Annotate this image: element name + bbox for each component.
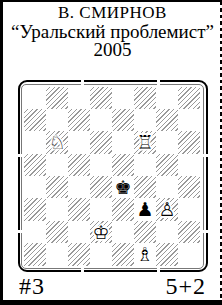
board-frame-inner: ♘♖♚♟♙♔♗ — [21, 84, 204, 269]
square-e1 — [112, 243, 134, 265]
square-g8 — [156, 87, 178, 109]
square-a1 — [24, 243, 46, 265]
square-e4: ♚ — [112, 176, 134, 198]
square-g4 — [156, 176, 178, 198]
square-b4 — [46, 176, 68, 198]
frame-gap-tick — [201, 230, 208, 233]
square-g5 — [156, 154, 178, 176]
square-a8 — [24, 87, 46, 109]
square-d1 — [90, 243, 112, 265]
square-h6 — [178, 131, 200, 153]
square-d6 — [90, 131, 112, 153]
square-a3 — [24, 198, 46, 220]
square-a6 — [24, 131, 46, 153]
square-c5 — [68, 154, 90, 176]
square-b3 — [46, 198, 68, 220]
frame-gap-tick — [18, 154, 25, 157]
page-border-right-dashed — [220, 2, 222, 305]
problem-header: В. СМИРНОВ “Уральский проблемист” 2005 — [3, 2, 222, 59]
frame-gap-tick — [157, 265, 160, 272]
black-pawn-piece: ♟ — [136, 200, 153, 219]
square-h4 — [178, 176, 200, 198]
square-a7 — [24, 109, 46, 131]
square-f4 — [134, 176, 156, 198]
square-c7 — [68, 109, 90, 131]
square-d7 — [90, 109, 112, 131]
square-c3 — [68, 198, 90, 220]
board-frame-outer: ♘♖♚♟♙♔♗ — [18, 80, 208, 272]
square-c8 — [68, 87, 90, 109]
white-king-piece: ♔ — [92, 223, 109, 242]
board-grid: ♘♖♚♟♙♔♗ — [24, 87, 201, 266]
square-f8 — [134, 87, 156, 109]
square-c2 — [68, 221, 90, 243]
square-b5 — [46, 154, 68, 176]
square-e8 — [112, 87, 134, 109]
square-c1 — [68, 243, 90, 265]
square-e7 — [112, 109, 134, 131]
square-e5 — [112, 154, 134, 176]
problem-footer: #3 5+2 — [3, 274, 222, 298]
frame-gap-tick — [81, 265, 84, 272]
square-h7 — [178, 109, 200, 131]
chess-board: ♘♖♚♟♙♔♗ — [18, 80, 208, 272]
material-count-label: 5+2 — [165, 274, 206, 298]
square-c6 — [68, 131, 90, 153]
square-b8 — [46, 87, 68, 109]
square-b6: ♘ — [46, 131, 68, 153]
white-bishop-piece: ♗ — [136, 245, 153, 264]
square-h1 — [178, 243, 200, 265]
square-a5 — [24, 154, 46, 176]
square-f1: ♗ — [134, 243, 156, 265]
square-d3 — [90, 198, 112, 220]
square-h3 — [178, 198, 200, 220]
square-b7 — [46, 109, 68, 131]
square-g1 — [156, 243, 178, 265]
square-d2: ♔ — [90, 221, 112, 243]
square-d8 — [90, 87, 112, 109]
chess-problem-card: В. СМИРНОВ “Уральский проблемист” 2005 ♘… — [0, 0, 222, 305]
stipulation-label: #3 — [19, 274, 45, 298]
square-g2 — [156, 221, 178, 243]
square-e3 — [112, 198, 134, 220]
square-h2 — [178, 221, 200, 243]
publication-year: 2005 — [3, 41, 222, 59]
author-name: В. СМИРНОВ — [3, 4, 222, 22]
frame-gap-tick — [18, 230, 25, 233]
square-f2 — [134, 221, 156, 243]
frame-gap-tick — [81, 80, 84, 87]
square-b1 — [46, 243, 68, 265]
white-pawn-piece: ♙ — [158, 200, 175, 219]
square-h5 — [178, 154, 200, 176]
page-border-bottom — [3, 300, 222, 305]
square-d5 — [90, 154, 112, 176]
square-f6: ♖ — [134, 131, 156, 153]
black-king-piece: ♚ — [114, 178, 131, 197]
square-c4 — [68, 176, 90, 198]
square-f3: ♟ — [134, 198, 156, 220]
square-d4 — [90, 176, 112, 198]
square-f7 — [134, 109, 156, 131]
white-rook-piece: ♖ — [136, 133, 153, 152]
square-b2 — [46, 221, 68, 243]
square-h8 — [178, 87, 200, 109]
square-e6 — [112, 131, 134, 153]
square-f5 — [134, 154, 156, 176]
square-g3: ♙ — [156, 198, 178, 220]
square-a2 — [24, 221, 46, 243]
frame-gap-tick — [157, 80, 160, 87]
square-e2 — [112, 221, 134, 243]
square-g7 — [156, 109, 178, 131]
frame-gap-tick — [201, 154, 208, 157]
square-a4 — [24, 176, 46, 198]
white-knight-piece: ♘ — [48, 133, 65, 152]
square-g6 — [156, 131, 178, 153]
